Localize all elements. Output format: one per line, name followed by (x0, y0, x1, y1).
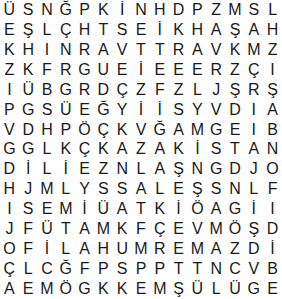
grid-cell[interactable]: Ğ (150, 120, 169, 140)
grid-cell[interactable]: F (263, 179, 282, 199)
grid-cell[interactable]: J (207, 80, 226, 100)
grid-cell[interactable]: S (113, 259, 132, 279)
grid-cell[interactable]: Ğ (56, 0, 75, 20)
grid-cell[interactable]: L (150, 179, 169, 199)
grid-cell[interactable]: E (188, 60, 207, 80)
grid-cell[interactable]: H (19, 40, 38, 60)
grid-cell[interactable]: İ (38, 239, 57, 259)
grid-cell[interactable]: D (19, 120, 38, 140)
grid-cell[interactable]: H (263, 20, 282, 40)
grid-cell[interactable]: M (150, 279, 169, 299)
grid-cell[interactable]: İ (56, 159, 75, 179)
grid-cell[interactable]: K (94, 279, 113, 299)
grid-cell[interactable]: M (226, 0, 245, 20)
grid-cell[interactable]: A (0, 279, 19, 299)
grid-cell[interactable]: L (56, 179, 75, 199)
grid-cell[interactable]: H (0, 179, 19, 199)
grid-cell[interactable]: G (226, 199, 245, 219)
grid-cell[interactable]: G (244, 279, 263, 299)
grid-cell[interactable]: P (188, 0, 207, 20)
grid-cell[interactable]: İ (263, 239, 282, 259)
grid-cell[interactable]: H (75, 20, 94, 40)
grid-cell[interactable]: S (244, 0, 263, 20)
grid-cell[interactable]: G (56, 80, 75, 100)
grid-cell[interactable]: K (169, 140, 188, 160)
grid-cell[interactable]: E (19, 279, 38, 299)
grid-cell[interactable]: L (132, 159, 151, 179)
grid-cell[interactable]: N (188, 159, 207, 179)
grid-cell[interactable]: L (56, 239, 75, 259)
grid-cell[interactable]: L (38, 159, 57, 179)
grid-cell[interactable]: K (94, 140, 113, 160)
grid-cell[interactable]: Ç (0, 259, 19, 279)
grid-cell[interactable]: Ç (75, 140, 94, 160)
grid-cell[interactable]: P (150, 259, 169, 279)
grid-cell[interactable]: D (226, 159, 245, 179)
grid-cell[interactable]: C (38, 259, 57, 279)
grid-cell[interactable]: İ (150, 100, 169, 120)
grid-cell[interactable]: L (38, 140, 57, 160)
grid-cell[interactable]: A (150, 140, 169, 160)
grid-cell[interactable]: M (56, 199, 75, 219)
grid-cell[interactable]: F (132, 219, 151, 239)
grid-cell[interactable]: T (150, 40, 169, 60)
grid-cell[interactable]: Ş (226, 80, 245, 100)
grid-cell[interactable]: İ (188, 140, 207, 160)
grid-cell[interactable]: Y (75, 179, 94, 199)
grid-cell[interactable]: G (207, 159, 226, 179)
grid-cell[interactable]: T (169, 259, 188, 279)
grid-cell[interactable]: E (169, 60, 188, 80)
grid-cell[interactable]: İ (244, 199, 263, 219)
grid-cell[interactable]: A (113, 140, 132, 160)
grid-cell[interactable]: A (150, 159, 169, 179)
grid-cell[interactable]: E (132, 20, 151, 40)
grid-cell[interactable]: A (188, 40, 207, 60)
grid-cell[interactable]: K (169, 20, 188, 40)
grid-cell[interactable]: R (75, 80, 94, 100)
grid-cell[interactable]: Ğ (56, 259, 75, 279)
grid-cell[interactable]: T (94, 20, 113, 40)
grid-cell[interactable]: J (19, 179, 38, 199)
grid-cell[interactable]: V (113, 40, 132, 60)
grid-cell[interactable]: M (244, 40, 263, 60)
grid-cell[interactable]: F (75, 259, 94, 279)
grid-cell[interactable]: V (244, 259, 263, 279)
grid-cell[interactable]: S (207, 140, 226, 160)
grid-cell[interactable]: U (113, 239, 132, 259)
grid-cell[interactable]: U (94, 60, 113, 80)
grid-cell[interactable]: S (94, 179, 113, 199)
grid-cell[interactable]: L (263, 0, 282, 20)
grid-cell[interactable]: Ü (56, 100, 75, 120)
grid-cell[interactable]: Z (169, 80, 188, 100)
grid-cell[interactable]: S (169, 100, 188, 120)
grid-cell[interactable]: Ç (94, 120, 113, 140)
grid-cell[interactable]: C (226, 259, 245, 279)
grid-cell[interactable]: A (75, 239, 94, 259)
grid-cell[interactable]: Y (188, 100, 207, 120)
grid-cell[interactable]: H (188, 20, 207, 40)
grid-cell[interactable]: E (132, 279, 151, 299)
grid-cell[interactable]: Y (113, 100, 132, 120)
grid-cell[interactable]: L (207, 279, 226, 299)
grid-cell[interactable]: M (38, 179, 57, 199)
grid-cell[interactable]: K (113, 279, 132, 299)
grid-cell[interactable]: D (169, 0, 188, 20)
grid-cell[interactable]: S (19, 199, 38, 219)
grid-cell[interactable]: Ü (38, 219, 57, 239)
grid-cell[interactable]: E (169, 219, 188, 239)
grid-cell[interactable]: J (0, 219, 19, 239)
grid-cell[interactable]: D (0, 159, 19, 179)
grid-cell[interactable]: H (150, 0, 169, 20)
grid-cell[interactable]: Ü (94, 199, 113, 219)
grid-cell[interactable]: V (132, 120, 151, 140)
grid-cell[interactable]: A (207, 199, 226, 219)
grid-cell[interactable]: M (188, 239, 207, 259)
grid-cell[interactable]: M (94, 219, 113, 239)
grid-cell[interactable]: L (188, 80, 207, 100)
grid-cell[interactable]: A (94, 40, 113, 60)
grid-cell[interactable]: Z (0, 60, 19, 80)
grid-cell[interactable]: Z (207, 0, 226, 20)
grid-cell[interactable]: S (19, 0, 38, 20)
grid-cell[interactable]: Ş (169, 279, 188, 299)
grid-cell[interactable]: Ş (244, 219, 263, 239)
grid-cell[interactable]: Z (226, 239, 245, 259)
grid-cell[interactable]: F (150, 80, 169, 100)
grid-cell[interactable]: D (244, 239, 263, 259)
grid-cell[interactable]: Ö (188, 199, 207, 219)
grid-cell[interactable]: V (188, 219, 207, 239)
grid-cell[interactable]: N (207, 259, 226, 279)
grid-cell[interactable]: K (113, 219, 132, 239)
grid-cell[interactable]: G (19, 100, 38, 120)
grid-cell[interactable]: R (244, 80, 263, 100)
grid-cell[interactable]: I (244, 100, 263, 120)
grid-cell[interactable]: F (19, 239, 38, 259)
grid-cell[interactable]: E (226, 120, 245, 140)
grid-cell[interactable]: G (0, 140, 19, 160)
grid-cell[interactable]: Ü (188, 279, 207, 299)
grid-cell[interactable]: E (0, 20, 19, 40)
grid-cell[interactable]: R (150, 239, 169, 259)
grid-cell[interactable]: G (19, 140, 38, 160)
grid-cell[interactable]: İ (132, 100, 151, 120)
grid-cell[interactable]: Ş (169, 159, 188, 179)
grid-cell[interactable]: N (263, 140, 282, 160)
grid-cell[interactable]: E (169, 179, 188, 199)
grid-cell[interactable]: İ (19, 159, 38, 179)
grid-cell[interactable]: A (244, 140, 263, 160)
grid-cell[interactable]: D (226, 100, 245, 120)
grid-cell[interactable]: Ö (226, 219, 245, 239)
grid-cell[interactable]: S (207, 179, 226, 199)
grid-cell[interactable]: A (207, 20, 226, 40)
grid-cell[interactable]: Ç (150, 219, 169, 239)
grid-cell[interactable]: I (263, 199, 282, 219)
grid-cell[interactable]: G (75, 60, 94, 80)
grid-cell[interactable]: Ç (56, 20, 75, 40)
grid-cell[interactable]: B (263, 259, 282, 279)
grid-cell[interactable]: N (56, 40, 75, 60)
grid-cell[interactable]: İ (150, 20, 169, 40)
grid-cell[interactable]: T (132, 40, 151, 60)
grid-cell[interactable]: K (0, 40, 19, 60)
grid-cell[interactable]: K (150, 199, 169, 219)
grid-cell[interactable]: Ç (113, 80, 132, 100)
grid-cell[interactable]: I (0, 80, 19, 100)
grid-cell[interactable]: L (19, 259, 38, 279)
grid-cell[interactable]: P (94, 259, 113, 279)
grid-cell[interactable]: Z (94, 159, 113, 179)
grid-cell[interactable]: İ (75, 199, 94, 219)
grid-cell[interactable]: I (38, 40, 57, 60)
grid-cell[interactable]: Ö (75, 120, 94, 140)
grid-cell[interactable]: Ş (19, 20, 38, 40)
grid-cell[interactable]: V (207, 40, 226, 60)
grid-cell[interactable]: P (75, 0, 94, 20)
grid-cell[interactable]: N (38, 0, 57, 20)
grid-cell[interactable]: Z (132, 140, 151, 160)
grid-cell[interactable]: T (188, 259, 207, 279)
grid-cell[interactable]: H (38, 120, 57, 140)
word-search-grid: ÜSNĞPKİNHDPZMSLEŞLÇHTSEİKHAŞAHKHINRAVTTR… (0, 0, 282, 299)
grid-cell[interactable]: B (38, 80, 57, 100)
grid-cell[interactable]: T (226, 140, 245, 160)
grid-cell[interactable]: R (169, 40, 188, 60)
grid-cell[interactable]: K (19, 60, 38, 80)
grid-cell[interactable]: F (19, 219, 38, 239)
grid-cell[interactable]: E (113, 60, 132, 80)
grid-cell[interactable]: A (75, 219, 94, 239)
grid-cell[interactable]: V (207, 100, 226, 120)
grid-cell[interactable]: P (132, 259, 151, 279)
grid-cell[interactable]: A (132, 179, 151, 199)
grid-cell[interactable]: İ (132, 60, 151, 80)
grid-cell[interactable]: M (207, 219, 226, 239)
grid-cell[interactable]: G (75, 279, 94, 299)
grid-cell[interactable]: V (0, 120, 19, 140)
grid-cell[interactable]: A (244, 20, 263, 40)
grid-cell[interactable]: I (263, 60, 282, 80)
grid-cell[interactable]: L (38, 20, 57, 40)
grid-cell[interactable]: E (38, 199, 57, 219)
grid-cell[interactable]: K (94, 0, 113, 20)
grid-cell[interactable]: E (75, 100, 94, 120)
grid-cell[interactable]: E (263, 279, 282, 299)
grid-cell[interactable]: R (207, 60, 226, 80)
grid-cell[interactable]: H (94, 239, 113, 259)
grid-cell[interactable]: S (113, 179, 132, 199)
grid-cell[interactable]: Ş (188, 179, 207, 199)
grid-cell[interactable]: Ç (244, 60, 263, 80)
grid-cell[interactable]: B (263, 120, 282, 140)
grid-cell[interactable]: R (75, 40, 94, 60)
grid-cell[interactable]: E (150, 60, 169, 80)
grid-cell[interactable]: K (113, 120, 132, 140)
grid-cell[interactable]: P (56, 120, 75, 140)
grid-cell[interactable]: M (38, 279, 57, 299)
grid-cell[interactable]: Z (263, 40, 282, 60)
grid-cell[interactable]: R (56, 60, 75, 80)
grid-cell[interactable]: Ü (226, 279, 245, 299)
grid-cell[interactable]: I (244, 120, 263, 140)
grid-cell[interactable]: O (263, 159, 282, 179)
grid-cell[interactable]: T (56, 219, 75, 239)
grid-cell[interactable]: F (38, 60, 57, 80)
grid-cell[interactable]: M (188, 120, 207, 140)
grid-cell[interactable]: A (263, 100, 282, 120)
grid-cell[interactable]: N (113, 159, 132, 179)
grid-cell[interactable]: I (0, 199, 19, 219)
grid-cell[interactable]: P (0, 100, 19, 120)
grid-cell[interactable]: İ (113, 0, 132, 20)
grid-cell[interactable]: S (38, 100, 57, 120)
grid-cell[interactable]: N (132, 0, 151, 20)
grid-cell[interactable]: K (226, 40, 245, 60)
grid-cell[interactable]: K (56, 140, 75, 160)
grid-cell[interactable]: Z (132, 80, 151, 100)
grid-cell[interactable]: A (207, 239, 226, 259)
grid-cell[interactable]: Ş (226, 20, 245, 40)
grid-cell[interactable]: E (169, 239, 188, 259)
grid-cell[interactable]: D (94, 80, 113, 100)
grid-cell[interactable]: T (132, 199, 151, 219)
grid-cell[interactable]: J (244, 159, 263, 179)
grid-cell[interactable]: S (113, 20, 132, 40)
grid-cell[interactable]: G (207, 120, 226, 140)
grid-cell[interactable]: A (169, 120, 188, 140)
grid-cell[interactable]: A (113, 199, 132, 219)
grid-cell[interactable]: D (263, 219, 282, 239)
grid-cell[interactable]: Ö (56, 279, 75, 299)
grid-cell[interactable]: Ğ (94, 100, 113, 120)
grid-cell[interactable]: M (132, 239, 151, 259)
grid-cell[interactable]: Ü (0, 0, 19, 20)
grid-cell[interactable]: L (244, 179, 263, 199)
grid-cell[interactable]: Z (226, 60, 245, 80)
grid-cell[interactable]: N (226, 179, 245, 199)
grid-cell[interactable]: E (75, 159, 94, 179)
grid-cell[interactable]: Ş (263, 80, 282, 100)
grid-cell[interactable]: Ü (19, 80, 38, 100)
grid-cell[interactable]: O (0, 239, 19, 259)
grid-cell[interactable]: İ (169, 199, 188, 219)
